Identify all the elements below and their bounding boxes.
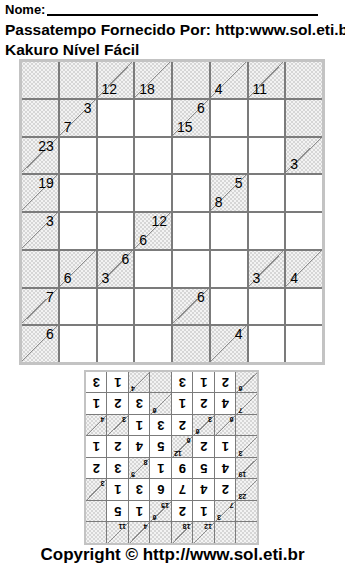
down-clue: 3 xyxy=(102,271,110,286)
solution-digit: 2 xyxy=(108,437,129,458)
across-clue: 19 xyxy=(239,471,247,479)
down-clue: 3 xyxy=(101,480,105,488)
across-clue: 6 xyxy=(239,385,243,393)
solution-cell-r2c5: 3 xyxy=(129,480,150,501)
puzzle-clue-r5c2: 63 xyxy=(98,251,134,287)
kakuro-page: Nome: Passatempo Fornecido Por: http:www… xyxy=(0,0,345,572)
across-clue: 3 xyxy=(217,514,221,522)
solution-digit: 3 xyxy=(108,458,129,479)
down-clue: 6 xyxy=(187,437,191,445)
solution-cell-r4c6: 2 xyxy=(108,437,129,458)
solution-cell-r2c4: 6 xyxy=(151,480,172,501)
solution-digit: 7 xyxy=(172,480,193,501)
solution-clue-r5c6: 3 xyxy=(108,415,129,436)
solution-cell-r6c1: 4 xyxy=(215,394,236,415)
solution-clue-r0c3: 18 xyxy=(172,523,193,544)
solution-clue-r4c0: 3 xyxy=(237,437,258,458)
puzzle-cell-r3c2[interactable] xyxy=(98,175,134,211)
puzzle-clue-r4c0: 3 xyxy=(22,213,58,249)
puzzle-cell-r6c1[interactable] xyxy=(60,289,96,325)
puzzle-clue-r1c4: 615 xyxy=(173,100,209,136)
solution-digit: 6 xyxy=(151,480,172,501)
across-clue: 5 xyxy=(235,176,243,191)
puzzle-cell-r2c6[interactable] xyxy=(249,138,285,174)
solution-digit: 4 xyxy=(215,458,236,479)
solution-cell-r5c3: 2 xyxy=(172,415,193,436)
down-clue: 15 xyxy=(177,120,193,135)
solution-clue-r1c4: 615 xyxy=(151,501,172,522)
solution-cell-r1c3: 2 xyxy=(172,501,193,522)
solution-block-r1c7 xyxy=(86,501,107,522)
solution-digit: 1 xyxy=(86,437,107,458)
solution-clue-r0c5: 4 xyxy=(129,523,150,544)
solution-cell-r4c7: 1 xyxy=(86,437,107,458)
puzzle-grid: 12184113761523319583126663347664 xyxy=(19,59,325,365)
across-clue: 3 xyxy=(239,449,243,457)
solution-cell-r6c2: 2 xyxy=(194,394,215,415)
across-clue: 6 xyxy=(196,428,200,436)
solution-block-r1c0 xyxy=(237,501,258,522)
puzzle-block-r0c4 xyxy=(173,62,209,98)
down-clue: 15 xyxy=(161,501,169,509)
solution-block-r0c7 xyxy=(86,523,107,544)
puzzle-cell-r5c3[interactable] xyxy=(135,251,171,287)
puzzle-clue-r3c5: 58 xyxy=(211,175,247,211)
puzzle-cell-r2c4[interactable] xyxy=(173,138,209,174)
solution-digit: 2 xyxy=(86,458,107,479)
solution-cell-r3c2: 5 xyxy=(194,458,215,479)
solution-cell-r3c3: 9 xyxy=(172,458,193,479)
puzzle-cell-r1c3[interactable] xyxy=(135,100,171,136)
puzzle-cell-r3c6[interactable] xyxy=(249,175,285,211)
across-clue: 4 xyxy=(131,385,135,393)
solution-cell-r3c1: 4 xyxy=(215,458,236,479)
solution-block-r0c1 xyxy=(215,523,236,544)
puzzle-cell-r7c2[interactable] xyxy=(98,326,134,362)
across-clue: 6 xyxy=(197,290,205,305)
down-clue: 4 xyxy=(101,415,105,423)
solution-cell-r4c2: 2 xyxy=(194,437,215,458)
solution-clue-r7c0: 6 xyxy=(237,372,258,393)
solution-cell-r3c7: 2 xyxy=(86,458,107,479)
puzzle-cell-r4c7[interactable] xyxy=(286,213,322,249)
across-clue: 3 xyxy=(46,214,54,229)
across-clue: 6 xyxy=(197,101,205,116)
solution-cell-r3c6: 3 xyxy=(108,458,129,479)
down-clue: 18 xyxy=(139,82,155,97)
puzzle-cell-r5c4[interactable] xyxy=(173,251,209,287)
copyright-line: Copyright © http://www.sol.eti.br xyxy=(0,545,345,565)
name-label: Nome: xyxy=(5,2,45,17)
puzzle-cell-r6c7[interactable] xyxy=(286,289,322,325)
solution-digit: 1 xyxy=(194,372,215,393)
across-clue: 12 xyxy=(174,449,182,457)
down-clue: 3 xyxy=(122,415,126,423)
puzzle-clue-r5c7: 4 xyxy=(286,251,322,287)
puzzle-cell-r4c6[interactable] xyxy=(249,213,285,249)
across-clue: 7 xyxy=(239,406,243,414)
down-clue: 11 xyxy=(119,523,126,531)
puzzle-clue-r6c4: 6 xyxy=(173,289,209,325)
puzzle-cell-r1c5[interactable] xyxy=(211,100,247,136)
solution-cell-r7c6: 1 xyxy=(108,372,129,393)
solution-digit: 1 xyxy=(129,415,150,436)
solution-digit: 2 xyxy=(194,437,215,458)
solution-digit: 1 xyxy=(172,394,193,415)
solution-digit: 3 xyxy=(129,394,150,415)
solution-clue-r4c3: 126 xyxy=(172,437,193,458)
solution-cell-r2c1: 2 xyxy=(215,480,236,501)
solution-digit: 5 xyxy=(151,437,172,458)
solution-cell-r6c6: 2 xyxy=(108,394,129,415)
puzzle-clue-r2c7: 3 xyxy=(286,138,322,174)
down-clue: 4 xyxy=(290,271,298,286)
solution-digit: 3 xyxy=(86,372,107,393)
solution-clue-r5c1: 6 xyxy=(215,415,236,436)
solution-digit: 2 xyxy=(172,501,193,522)
solution-cell-r3c4: 1 xyxy=(151,458,172,479)
puzzle-cell-r2c3[interactable] xyxy=(135,138,171,174)
solution-cell-r5c4: 3 xyxy=(151,415,172,436)
puzzle-cell-r2c1[interactable] xyxy=(60,138,96,174)
puzzle-cell-r4c4[interactable] xyxy=(173,213,209,249)
down-clue: 12 xyxy=(204,523,212,531)
puzzle-cell-r4c5[interactable] xyxy=(211,213,247,249)
puzzle-cell-r1c2[interactable] xyxy=(98,100,134,136)
down-clue: 7 xyxy=(230,501,234,509)
solution-digit: 3 xyxy=(151,415,172,436)
solution-clue-r6c4: 6 xyxy=(151,394,172,415)
solution-cell-r2c3: 7 xyxy=(172,480,193,501)
solution-cell-r2c6: 1 xyxy=(108,480,129,501)
solution-cell-r6c5: 3 xyxy=(129,394,150,415)
solution-cell-r6c7: 1 xyxy=(86,394,107,415)
puzzle-clue-r1c1: 37 xyxy=(60,100,96,136)
solution-clue-r0c6: 11 xyxy=(108,523,129,544)
puzzle-cell-r7c1[interactable] xyxy=(60,326,96,362)
puzzle-clue-r0c2: 12 xyxy=(98,62,134,98)
solution-digit: 5 xyxy=(194,458,215,479)
puzzle-clue-r3c0: 19 xyxy=(22,175,58,211)
solution-digit: 5 xyxy=(108,501,129,522)
solution-cell-r2c2: 4 xyxy=(194,480,215,501)
puzzle-clue-r0c6: 11 xyxy=(249,62,285,98)
solution-digit: 1 xyxy=(129,501,150,522)
down-clue: 7 xyxy=(64,120,72,135)
puzzle-cell-r3c7[interactable] xyxy=(286,175,322,211)
puzzle-cell-r5c5[interactable] xyxy=(211,251,247,287)
puzzle-cell-r6c5[interactable] xyxy=(211,289,247,325)
puzzle-block-r1c7 xyxy=(286,100,322,136)
puzzle-cell-r2c2[interactable] xyxy=(98,138,134,174)
puzzle-cell-r6c6[interactable] xyxy=(249,289,285,325)
down-clue: 11 xyxy=(253,82,268,97)
solution-digit: 4 xyxy=(129,437,150,458)
across-clue: 6 xyxy=(46,327,54,342)
down-clue: 12 xyxy=(102,82,118,97)
puzzle-cell-r2c5[interactable] xyxy=(211,138,247,174)
solution-digit: 4 xyxy=(194,480,215,501)
puzzle-cell-r6c3[interactable] xyxy=(135,289,171,325)
solution-cell-r1c6: 5 xyxy=(108,501,129,522)
puzzle-cell-r3c1[interactable] xyxy=(60,175,96,211)
solution-digit: 1 xyxy=(108,480,129,501)
provider-line: Passatempo Fornecido Por: http:www.sol.e… xyxy=(5,21,345,39)
puzzle-clue-r5c1: 6 xyxy=(60,251,96,287)
down-clue: 3 xyxy=(253,271,261,286)
puzzle-cell-r6c2[interactable] xyxy=(98,289,134,325)
solution-cell-r7c7: 3 xyxy=(86,372,107,393)
solution-grid: 1218411371261515232476313194591583231212… xyxy=(84,370,259,545)
solution-digit: 2 xyxy=(215,372,236,393)
name-row: Nome: xyxy=(5,2,318,17)
puzzle-block-r5c0 xyxy=(22,251,58,287)
puzzle-cell-r4c1[interactable] xyxy=(60,213,96,249)
solution-block-r0c4 xyxy=(151,523,172,544)
across-clue: 5 xyxy=(131,471,135,479)
solution-digit: 2 xyxy=(172,415,193,436)
solution-digit: 1 xyxy=(194,501,215,522)
puzzle-clue-r2c0: 23 xyxy=(22,138,58,174)
solution-clue-r2c0: 23 xyxy=(237,480,258,501)
solution-clue-r3c5: 58 xyxy=(129,458,150,479)
puzzle-clue-r7c0: 6 xyxy=(22,326,58,362)
down-clue: 3 xyxy=(290,157,298,172)
solution-digit: 1 xyxy=(108,372,129,393)
solution-digit: 2 xyxy=(215,480,236,501)
across-clue: 6 xyxy=(121,252,129,267)
down-clue: 6 xyxy=(64,271,72,286)
solution-digit: 1 xyxy=(86,394,107,415)
solution-digit: 2 xyxy=(194,394,215,415)
puzzle-cell-r3c4[interactable] xyxy=(173,175,209,211)
puzzle-clue-r4c3: 126 xyxy=(135,213,171,249)
across-clue: 23 xyxy=(239,492,247,500)
puzzle-clue-r0c5: 4 xyxy=(211,62,247,98)
solution-block-r5c0 xyxy=(237,415,258,436)
down-clue: 4 xyxy=(215,82,223,97)
puzzle-block-r7c4 xyxy=(173,326,209,362)
across-clue: 7 xyxy=(46,290,54,305)
solution-digit: 1 xyxy=(215,437,236,458)
page-title: Kakuro Nível Fácil xyxy=(5,41,139,59)
solution-cell-r7c1: 2 xyxy=(215,372,236,393)
solution-clue-r7c5: 4 xyxy=(129,372,150,393)
across-clue: 12 xyxy=(151,214,167,229)
solution-digit: 2 xyxy=(108,394,129,415)
solution-clue-r0c2: 12 xyxy=(194,523,215,544)
solution-clue-r5c7: 4 xyxy=(86,415,107,436)
solution-block-r7c4 xyxy=(151,372,172,393)
solution-cell-r6c3: 1 xyxy=(172,394,193,415)
down-clue: 18 xyxy=(183,523,191,531)
across-clue: 4 xyxy=(235,327,243,342)
solution-cell-r4c1: 1 xyxy=(215,437,236,458)
puzzle-clue-r5c6: 3 xyxy=(249,251,285,287)
solution-clue-r3c0: 19 xyxy=(237,458,258,479)
puzzle-cell-r7c6[interactable] xyxy=(249,326,285,362)
puzzle-clue-r6c0: 7 xyxy=(22,289,58,325)
down-clue: 8 xyxy=(144,458,148,466)
puzzle-cell-r4c2[interactable] xyxy=(98,213,134,249)
puzzle-cell-r7c7[interactable] xyxy=(286,326,322,362)
solution-block-r0c0 xyxy=(237,523,258,544)
solution-cell-r5c5: 1 xyxy=(129,415,150,436)
solution-clue-r6c0: 7 xyxy=(237,394,258,415)
puzzle-cell-r7c3[interactable] xyxy=(135,326,171,362)
across-clue: 6 xyxy=(153,406,157,414)
solution-cell-r1c2: 1 xyxy=(194,501,215,522)
solution-clue-r2c7: 3 xyxy=(86,480,107,501)
puzzle-block-r1c0 xyxy=(22,100,58,136)
solution-cell-r4c4: 5 xyxy=(151,437,172,458)
solution-clue-r1c1: 37 xyxy=(215,501,236,522)
down-clue: 4 xyxy=(144,523,148,531)
puzzle-block-r0c1 xyxy=(60,62,96,98)
solution-clue-r5c2: 63 xyxy=(194,415,215,436)
solution-digit: 3 xyxy=(172,372,193,393)
solution-cell-r7c2: 1 xyxy=(194,372,215,393)
solution-digit: 3 xyxy=(129,480,150,501)
puzzle-cell-r3c3[interactable] xyxy=(135,175,171,211)
across-clue: 6 xyxy=(153,514,157,522)
down-clue: 6 xyxy=(230,415,234,423)
across-clue: 19 xyxy=(38,176,54,191)
puzzle-block-r0c7 xyxy=(286,62,322,98)
solution-digit: 1 xyxy=(151,458,172,479)
solution-cell-r7c3: 3 xyxy=(172,372,193,393)
down-clue: 6 xyxy=(139,233,147,248)
across-clue: 23 xyxy=(38,139,54,154)
puzzle-cell-r1c6[interactable] xyxy=(249,100,285,136)
solution-digit: 9 xyxy=(172,458,193,479)
across-clue: 3 xyxy=(84,101,92,116)
down-clue: 3 xyxy=(208,415,212,423)
solution-digit: 4 xyxy=(215,394,236,415)
name-blank-line[interactable] xyxy=(47,13,318,16)
solution-cell-r4c5: 4 xyxy=(129,437,150,458)
puzzle-block-r0c0 xyxy=(22,62,58,98)
down-clue: 8 xyxy=(215,195,223,210)
puzzle-clue-r0c3: 18 xyxy=(135,62,171,98)
solution-cell-r1c5: 1 xyxy=(129,501,150,522)
puzzle-clue-r7c5: 4 xyxy=(211,326,247,362)
